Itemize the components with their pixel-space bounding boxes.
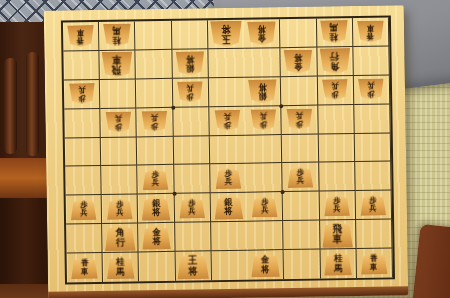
square-8g[interactable]: 歩兵 <box>102 195 139 224</box>
square-4c[interactable]: 銀将 <box>245 77 282 106</box>
square-6c[interactable]: 歩兵 <box>172 78 209 107</box>
square-4f[interactable] <box>246 164 283 193</box>
piece-kanji: 兵 <box>188 208 195 216</box>
piece-kanji: 兵 <box>116 209 123 217</box>
square-7h[interactable]: 金将 <box>139 223 176 252</box>
square-9g[interactable]: 歩兵 <box>66 195 103 224</box>
square-7a[interactable] <box>135 21 172 50</box>
shogi-board: 香車桂馬玉将金将桂馬香車飛車銀将金将角行歩兵歩兵銀将歩兵歩兵歩兵歩兵歩兵歩兵歩兵… <box>44 5 409 298</box>
square-2d[interactable] <box>318 105 355 134</box>
board-grid: 香車桂馬玉将金将桂馬香車飛車銀将金将角行歩兵歩兵銀将歩兵歩兵歩兵歩兵歩兵歩兵歩兵… <box>61 15 395 284</box>
piece-pawn-sente[interactable]: 歩兵 <box>142 169 168 190</box>
piece-rook-gote[interactable]: 飛車 <box>102 51 133 77</box>
square-4h[interactable] <box>247 221 284 250</box>
piece-kanji: 銀 <box>186 63 194 72</box>
piece-kanji: 兵 <box>261 207 268 215</box>
piece-kanji: 馬 <box>334 264 342 273</box>
piece-kanji: 兵 <box>151 113 158 121</box>
piece-kanji: 兵 <box>152 179 159 187</box>
piece-gold-gote[interactable]: 金将 <box>284 49 313 73</box>
square-4e[interactable] <box>246 135 283 164</box>
piece-kanji: 角 <box>330 61 339 71</box>
piece-kanji: 兵 <box>78 86 85 94</box>
piece-kanji: 兵 <box>296 111 303 119</box>
piece-kanji: 車 <box>333 234 342 244</box>
piece-pawn-gote[interactable]: 歩兵 <box>177 82 203 103</box>
square-2a[interactable]: 桂馬 <box>316 18 353 47</box>
square-9a[interactable]: 香車 <box>63 22 100 51</box>
piece-kanji: 歩 <box>224 121 231 129</box>
square-2f[interactable] <box>319 162 356 191</box>
square-1h[interactable] <box>356 220 393 249</box>
piece-lance-gote[interactable]: 香車 <box>67 25 94 47</box>
piece-kanji: 車 <box>113 54 122 64</box>
piece-pawn-sente[interactable]: 歩兵 <box>215 168 241 189</box>
piece-kanji: 歩 <box>368 89 375 97</box>
piece-pawn-gote[interactable]: 歩兵 <box>358 79 384 100</box>
piece-kanji: 玉 <box>222 34 231 44</box>
piece-kanji: 桂 <box>113 36 121 45</box>
piece-kanji: 将 <box>261 265 269 274</box>
chair-spindle <box>26 52 39 156</box>
piece-gold-sente[interactable]: 金将 <box>251 253 280 277</box>
square-8e[interactable] <box>101 137 138 166</box>
square-9d[interactable] <box>64 109 101 138</box>
square-7g[interactable]: 銀将 <box>138 194 175 223</box>
square-9c[interactable]: 歩兵 <box>64 80 101 109</box>
square-9h[interactable] <box>66 224 103 253</box>
piece-pawn-sente[interactable]: 歩兵 <box>179 197 205 218</box>
piece-kanji: 将 <box>221 24 230 34</box>
square-6e[interactable] <box>173 136 210 165</box>
piece-silver-sente[interactable]: 銀将 <box>141 196 170 220</box>
square-3e[interactable] <box>282 134 319 163</box>
piece-knight-sente[interactable]: 桂馬 <box>324 252 352 275</box>
piece-kanji: 将 <box>258 82 266 91</box>
square-5f[interactable]: 歩兵 <box>210 164 247 193</box>
piece-kanji: 桂 <box>330 32 338 41</box>
square-3b[interactable]: 金将 <box>281 47 318 76</box>
piece-kanji: 将 <box>152 208 160 217</box>
square-3a[interactable] <box>280 19 317 48</box>
piece-lance-sente[interactable]: 香車 <box>360 252 387 274</box>
piece-pawn-gote[interactable]: 歩兵 <box>105 112 131 133</box>
chair-spindle <box>4 58 17 154</box>
piece-kanji: 兵 <box>115 114 122 122</box>
square-6b[interactable]: 銀将 <box>172 49 209 78</box>
piece-pawn-sente[interactable]: 歩兵 <box>107 198 133 219</box>
piece-pawn-gote[interactable]: 歩兵 <box>322 79 348 100</box>
square-5d[interactable]: 歩兵 <box>209 106 246 135</box>
square-8f[interactable] <box>101 166 138 195</box>
square-2c[interactable]: 歩兵 <box>317 76 354 105</box>
square-1e[interactable] <box>354 133 391 162</box>
piece-kanji: 歩 <box>260 120 267 128</box>
square-3h[interactable] <box>283 221 320 250</box>
square-3d[interactable]: 歩兵 <box>282 105 319 134</box>
piece-kanji: 歩 <box>332 90 339 98</box>
piece-kanji: 車 <box>81 268 88 276</box>
piece-king-gote[interactable]: 玉将 <box>210 21 242 47</box>
piece-kanji: 行 <box>116 238 125 248</box>
piece-kanji: 兵 <box>333 205 340 213</box>
square-2h[interactable]: 飛車 <box>320 220 357 249</box>
piece-kanji: 車 <box>370 263 377 271</box>
piece-knight-sente[interactable]: 桂馬 <box>106 255 134 278</box>
piece-lance-sente[interactable]: 香車 <box>71 257 98 279</box>
piece-gold-gote[interactable]: 金将 <box>247 21 276 45</box>
piece-pawn-sente[interactable]: 歩兵 <box>360 194 386 215</box>
square-4d[interactable]: 歩兵 <box>245 106 282 135</box>
piece-kanji: 行 <box>330 51 339 61</box>
piece-kanji: 歩 <box>187 92 194 100</box>
piece-silver-gote[interactable]: 銀将 <box>248 79 277 103</box>
square-3i[interactable] <box>284 250 321 279</box>
piece-bishop-gote[interactable]: 角行 <box>319 48 350 74</box>
square-6a[interactable] <box>172 20 209 49</box>
square-6d[interactable] <box>173 107 210 136</box>
square-1b[interactable] <box>353 46 390 75</box>
piece-kanji: 金 <box>258 33 266 42</box>
square-3f[interactable]: 歩兵 <box>283 163 320 192</box>
square-8h[interactable]: 角行 <box>102 224 139 253</box>
piece-king-sente[interactable]: 王将 <box>177 253 209 279</box>
piece-kanji: 歩 <box>296 119 303 127</box>
square-8d[interactable]: 歩兵 <box>101 108 138 137</box>
piece-kanji: 兵 <box>80 209 87 217</box>
square-5a[interactable]: 玉将 <box>208 20 245 49</box>
square-5h[interactable] <box>211 222 248 251</box>
square-3c[interactable] <box>281 76 318 105</box>
piece-kanji: 兵 <box>186 84 193 92</box>
piece-knight-gote[interactable]: 桂馬 <box>103 24 131 47</box>
piece-kanji: 将 <box>258 24 266 33</box>
piece-kanji: 馬 <box>116 267 124 276</box>
square-7c[interactable] <box>136 79 173 108</box>
piece-kanji: 将 <box>186 54 194 63</box>
square-9b[interactable] <box>63 51 100 80</box>
square-1f[interactable] <box>355 162 392 191</box>
square-8c[interactable] <box>100 79 137 108</box>
square-6g[interactable]: 歩兵 <box>174 194 211 223</box>
piece-kanji: 将 <box>188 266 197 276</box>
piece-kanji: 金 <box>294 62 302 71</box>
square-9e[interactable] <box>65 138 102 167</box>
square-7f[interactable]: 歩兵 <box>138 165 175 194</box>
piece-kanji: 兵 <box>331 82 338 90</box>
piece-kanji: 兵 <box>225 178 232 186</box>
square-9f[interactable] <box>65 166 102 195</box>
wood-object-right <box>412 224 450 298</box>
square-4g[interactable]: 歩兵 <box>247 192 284 221</box>
piece-kanji: 兵 <box>259 112 266 120</box>
square-9i[interactable]: 香車 <box>67 253 104 282</box>
square-2i[interactable]: 桂馬 <box>320 249 357 278</box>
piece-kanji: 飛 <box>113 64 122 74</box>
square-4i[interactable]: 金将 <box>248 250 285 279</box>
piece-kanji: 兵 <box>368 81 375 89</box>
square-6f[interactable] <box>174 165 211 194</box>
square-6i[interactable]: 王将 <box>175 251 212 280</box>
square-1i[interactable]: 香車 <box>356 249 393 278</box>
piece-kanji: 香 <box>367 32 374 40</box>
piece-knight-gote[interactable]: 桂馬 <box>320 21 348 44</box>
square-4b[interactable] <box>244 48 281 77</box>
piece-silver-sente[interactable]: 銀将 <box>214 195 243 219</box>
piece-pawn-gote[interactable]: 歩兵 <box>214 110 240 131</box>
square-5c[interactable] <box>209 77 246 106</box>
piece-pawn-sente[interactable]: 歩兵 <box>324 195 350 216</box>
square-1d[interactable] <box>354 104 391 133</box>
piece-pawn-sente[interactable]: 歩兵 <box>287 167 313 188</box>
square-5g[interactable]: 銀将 <box>211 193 248 222</box>
square-5i[interactable] <box>211 251 248 280</box>
piece-kanji: 兵 <box>224 112 231 120</box>
piece-kanji: 車 <box>77 28 84 36</box>
square-7d[interactable]: 歩兵 <box>137 107 174 136</box>
piece-kanji: 歩 <box>115 122 122 130</box>
square-1c[interactable]: 歩兵 <box>354 75 391 104</box>
piece-kanji: 兵 <box>370 205 377 213</box>
piece-kanji: 歩 <box>78 94 85 102</box>
square-7b[interactable] <box>136 50 173 79</box>
square-5e[interactable] <box>210 135 247 164</box>
piece-kanji: 車 <box>367 23 374 31</box>
square-2e[interactable] <box>318 134 355 163</box>
square-8i[interactable]: 桂馬 <box>103 252 140 281</box>
square-7i[interactable] <box>139 252 176 281</box>
piece-pawn-sente[interactable]: 歩兵 <box>251 196 277 217</box>
square-4a[interactable]: 金将 <box>244 19 281 48</box>
piece-silver-gote[interactable]: 銀将 <box>175 51 204 75</box>
piece-pawn-gote[interactable]: 歩兵 <box>286 109 312 130</box>
piece-kanji: 馬 <box>330 23 338 32</box>
piece-kanji: 香 <box>77 36 84 44</box>
square-6h[interactable] <box>175 222 212 251</box>
piece-kanji: 将 <box>225 207 233 216</box>
square-1g[interactable]: 歩兵 <box>355 191 392 220</box>
piece-kanji: 兵 <box>297 177 304 185</box>
square-8b[interactable]: 飛車 <box>100 50 137 79</box>
piece-pawn-gote[interactable]: 歩兵 <box>250 109 276 130</box>
square-1a[interactable]: 香車 <box>353 17 390 46</box>
piece-lance-gote[interactable]: 香車 <box>357 20 384 42</box>
square-7e[interactable] <box>137 136 174 165</box>
shogi-scene: 香車桂馬玉将金将桂馬香車飛車銀将金将角行歩兵歩兵銀将歩兵歩兵歩兵歩兵歩兵歩兵歩兵… <box>0 0 450 298</box>
square-8a[interactable]: 桂馬 <box>99 21 136 50</box>
piece-kanji: 歩 <box>151 122 158 130</box>
piece-kanji: 馬 <box>113 26 121 35</box>
piece-gold-sente[interactable]: 金将 <box>142 225 171 249</box>
square-3g[interactable] <box>283 192 320 221</box>
piece-rook-sente[interactable]: 飛車 <box>322 221 353 247</box>
piece-pawn-gote[interactable]: 歩兵 <box>69 83 95 104</box>
square-5b[interactable] <box>208 49 245 78</box>
piece-pawn-sente[interactable]: 歩兵 <box>70 199 96 220</box>
piece-kanji: 将 <box>294 52 302 61</box>
square-2g[interactable]: 歩兵 <box>319 191 356 220</box>
piece-pawn-gote[interactable]: 歩兵 <box>141 111 167 132</box>
piece-bishop-sente[interactable]: 角行 <box>104 225 135 251</box>
square-2b[interactable]: 角行 <box>317 47 354 76</box>
piece-kanji: 将 <box>152 237 160 246</box>
